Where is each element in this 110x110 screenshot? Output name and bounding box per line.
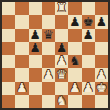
square-d3[interactable]: ♟ (42, 68, 55, 81)
black-pawn-icon: ♟ (83, 29, 94, 41)
square-h7[interactable]: ♟ (95, 15, 108, 28)
square-e4[interactable]: ♟ (55, 55, 68, 68)
square-d6[interactable]: ♛ (42, 29, 55, 42)
square-h2[interactable]: ♚ (95, 82, 108, 95)
square-d8[interactable] (42, 2, 55, 15)
square-d2[interactable] (42, 82, 55, 95)
white-pawn-icon: ♟ (96, 68, 107, 80)
square-f4[interactable]: ♞ (68, 55, 81, 68)
square-g5[interactable] (82, 42, 95, 55)
square-f1[interactable] (68, 95, 81, 108)
square-a1[interactable] (2, 95, 15, 108)
square-a8[interactable] (2, 2, 15, 15)
square-f6[interactable] (68, 29, 81, 42)
white-rook-icon: ♜ (56, 2, 67, 14)
black-queen-icon: ♛ (43, 29, 54, 41)
square-h4[interactable] (95, 55, 108, 68)
square-f8[interactable] (68, 2, 81, 15)
square-f3[interactable] (68, 68, 81, 81)
black-pawn-icon: ♟ (69, 15, 80, 27)
square-e2[interactable] (55, 82, 68, 95)
black-knight-icon: ♞ (69, 55, 80, 67)
square-f2[interactable]: ♟ (68, 82, 81, 95)
white-pawn-icon: ♟ (69, 82, 80, 94)
white-pawn-icon: ♟ (83, 82, 94, 94)
square-c8[interactable] (29, 2, 42, 15)
black-pawn-icon: ♟ (96, 15, 107, 27)
square-g4[interactable] (82, 55, 95, 68)
square-h8[interactable] (95, 2, 108, 15)
square-e7[interactable] (55, 15, 68, 28)
square-c2[interactable] (29, 82, 42, 95)
square-g7[interactable]: ♚ (82, 15, 95, 28)
white-king-icon: ♚ (96, 82, 107, 94)
square-e5[interactable]: ♟ (55, 42, 68, 55)
white-pawn-icon: ♟ (56, 55, 67, 67)
square-c3[interactable] (29, 68, 42, 81)
square-b1[interactable] (15, 95, 28, 108)
square-e8[interactable]: ♜ (55, 2, 68, 15)
square-c6[interactable]: ♟ (29, 29, 42, 42)
black-pawn-icon: ♟ (30, 42, 41, 54)
square-h5[interactable] (95, 42, 108, 55)
square-a6[interactable] (2, 29, 15, 42)
square-c1[interactable] (29, 95, 42, 108)
square-e1[interactable]: ♞ (55, 95, 68, 108)
white-pawn-icon: ♟ (16, 82, 27, 94)
black-pawn-icon: ♟ (56, 42, 67, 54)
square-c7[interactable] (29, 15, 42, 28)
square-a3[interactable] (2, 68, 15, 81)
square-e3[interactable]: ♛ (55, 68, 68, 81)
square-g3[interactable] (82, 68, 95, 81)
black-pawn-icon: ♟ (30, 29, 41, 41)
square-g2[interactable]: ♟ (82, 82, 95, 95)
square-f5[interactable] (68, 42, 81, 55)
chess-board: ♜♟♚♟♟♛♟♟♟♟♞♟♛♟♟♟♟♚♞ (2, 2, 108, 108)
square-a4[interactable] (2, 55, 15, 68)
white-queen-icon: ♛ (56, 68, 67, 80)
square-h1[interactable] (95, 95, 108, 108)
square-g1[interactable] (82, 95, 95, 108)
square-b3[interactable] (15, 68, 28, 81)
square-c5[interactable]: ♟ (29, 42, 42, 55)
square-d1[interactable] (42, 95, 55, 108)
square-b7[interactable] (15, 15, 28, 28)
square-b2[interactable]: ♟ (15, 82, 28, 95)
square-c4[interactable] (29, 55, 42, 68)
square-d7[interactable] (42, 15, 55, 28)
square-a2[interactable] (2, 82, 15, 95)
square-h3[interactable]: ♟ (95, 68, 108, 81)
white-pawn-icon: ♟ (43, 68, 54, 80)
square-h6[interactable] (95, 29, 108, 42)
white-knight-icon: ♞ (56, 95, 67, 107)
square-g8[interactable] (82, 2, 95, 15)
square-b5[interactable] (15, 42, 28, 55)
square-d4[interactable] (42, 55, 55, 68)
square-b6[interactable] (15, 29, 28, 42)
black-king-icon: ♚ (83, 15, 94, 27)
square-a7[interactable] (2, 15, 15, 28)
square-b8[interactable] (15, 2, 28, 15)
square-g6[interactable]: ♟ (82, 29, 95, 42)
square-b4[interactable] (15, 55, 28, 68)
square-e6[interactable] (55, 29, 68, 42)
square-f7[interactable]: ♟ (68, 15, 81, 28)
board-frame: ♜♟♚♟♟♛♟♟♟♟♞♟♛♟♟♟♟♚♞ (0, 0, 110, 110)
square-d5[interactable] (42, 42, 55, 55)
square-a5[interactable] (2, 42, 15, 55)
